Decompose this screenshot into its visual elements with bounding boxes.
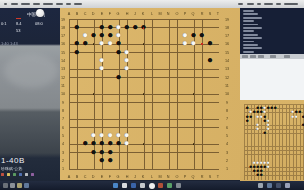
point-O9[interactable] xyxy=(173,98,181,106)
point-L14[interactable] xyxy=(148,56,156,64)
point-N4[interactable] xyxy=(164,140,172,148)
point-M9[interactable] xyxy=(156,98,164,106)
point-B4[interactable] xyxy=(73,140,81,148)
point-O2[interactable] xyxy=(173,156,181,164)
point-G7[interactable] xyxy=(114,115,122,123)
point-M18[interactable] xyxy=(156,23,164,31)
point-A6[interactable] xyxy=(64,123,72,131)
point-K11[interactable] xyxy=(139,81,147,89)
point-A16[interactable] xyxy=(64,40,72,48)
taskbar-icon[interactable] xyxy=(10,183,15,188)
point-J13[interactable] xyxy=(131,65,139,73)
menu-item-smudge[interactable] xyxy=(21,3,30,6)
point-L1[interactable] xyxy=(148,165,156,173)
point-L9[interactable] xyxy=(148,98,156,106)
point-O14[interactable] xyxy=(173,56,181,64)
menu-item-smudge[interactable] xyxy=(33,3,40,6)
board-grid[interactable]: ●●●●●●●●●●●●●●●●●●●●●●●●●●●●●●●●●●●●●●●●… xyxy=(64,15,222,173)
point-J12[interactable] xyxy=(131,73,139,81)
point-P7[interactable] xyxy=(181,115,189,123)
point-T5[interactable] xyxy=(214,131,222,139)
point-J9[interactable] xyxy=(131,98,139,106)
point-S7[interactable] xyxy=(206,115,214,123)
point-C1[interactable] xyxy=(81,165,89,173)
point-S2[interactable] xyxy=(206,156,214,164)
point-J11[interactable] xyxy=(131,81,139,89)
point-Q7[interactable] xyxy=(189,115,197,123)
taskbar-icon[interactable] xyxy=(167,183,172,188)
point-P10[interactable] xyxy=(181,90,189,98)
point-L19[interactable] xyxy=(148,15,156,23)
status-icon-smudge[interactable] xyxy=(276,3,281,6)
point-H12[interactable] xyxy=(123,73,131,81)
point-C10[interactable] xyxy=(81,90,89,98)
point-R19[interactable] xyxy=(198,15,206,23)
point-B9[interactable] xyxy=(73,98,81,106)
point-O18[interactable] xyxy=(173,23,181,31)
point-N3[interactable] xyxy=(164,148,172,156)
point-M6[interactable] xyxy=(156,123,164,131)
point-G1[interactable] xyxy=(114,165,122,173)
point-A18[interactable] xyxy=(64,23,72,31)
point-Q14[interactable] xyxy=(189,56,197,64)
point-L12[interactable] xyxy=(148,73,156,81)
point-B6[interactable] xyxy=(73,123,81,131)
point-Q10[interactable] xyxy=(189,90,197,98)
point-K17[interactable] xyxy=(139,31,147,39)
point-R1[interactable] xyxy=(198,165,206,173)
point-D9[interactable] xyxy=(89,98,97,106)
point-L18[interactable] xyxy=(148,23,156,31)
taskbar-icon[interactable] xyxy=(149,183,155,189)
point-H10[interactable] xyxy=(123,90,131,98)
point-O15[interactable] xyxy=(173,48,181,56)
taskbar-icon[interactable] xyxy=(24,183,29,188)
status-icon-smudge[interactable] xyxy=(247,3,254,6)
point-K8[interactable] xyxy=(139,106,147,114)
point-H2[interactable] xyxy=(123,156,131,164)
point-O5[interactable] xyxy=(173,131,181,139)
point-D15[interactable] xyxy=(89,48,97,56)
point-J16[interactable] xyxy=(131,40,139,48)
point-K15[interactable] xyxy=(139,48,147,56)
taskbar-icon[interactable] xyxy=(113,183,118,188)
point-S4[interactable] xyxy=(206,140,214,148)
point-P12[interactable] xyxy=(181,73,189,81)
taskbar-icon[interactable] xyxy=(122,183,127,188)
point-G15[interactable]: ● xyxy=(114,48,122,56)
point-T13[interactable] xyxy=(214,65,222,73)
menu-item-smudge[interactable] xyxy=(74,3,82,6)
point-N18[interactable] xyxy=(164,23,172,31)
taskbar-icon[interactable] xyxy=(3,183,8,188)
move-list-row[interactable] xyxy=(243,27,262,29)
point-N12[interactable] xyxy=(164,73,172,81)
point-N17[interactable] xyxy=(164,31,172,39)
point-L7[interactable] xyxy=(148,115,156,123)
point-C4[interactable]: ● xyxy=(81,140,89,148)
point-Q4[interactable] xyxy=(189,140,197,148)
point-R13[interactable] xyxy=(198,65,206,73)
point-L17[interactable] xyxy=(148,31,156,39)
point-H7[interactable] xyxy=(123,115,131,123)
point-K12[interactable] xyxy=(139,73,147,81)
point-A7[interactable] xyxy=(64,115,72,123)
point-K5[interactable] xyxy=(139,131,147,139)
point-F15[interactable] xyxy=(106,48,114,56)
taskbar-icon[interactable] xyxy=(140,183,145,188)
point-R9[interactable] xyxy=(198,98,206,106)
point-C15[interactable] xyxy=(81,48,89,56)
point-T15[interactable] xyxy=(214,48,222,56)
point-R14[interactable] xyxy=(198,56,206,64)
point-J3[interactable] xyxy=(131,148,139,156)
point-H3[interactable] xyxy=(123,148,131,156)
point-H13[interactable]: ● xyxy=(123,65,131,73)
point-S12[interactable] xyxy=(206,73,214,81)
point-K16[interactable] xyxy=(139,40,147,48)
taskbar-icon[interactable] xyxy=(267,183,272,188)
point-O10[interactable] xyxy=(173,90,181,98)
toolbar-button[interactable] xyxy=(270,55,276,58)
point-A13[interactable] xyxy=(64,65,72,73)
point-D11[interactable] xyxy=(89,81,97,89)
point-O13[interactable] xyxy=(173,65,181,73)
point-A12[interactable] xyxy=(64,73,72,81)
point-K10[interactable] xyxy=(139,90,147,98)
point-O12[interactable] xyxy=(173,73,181,81)
menu-item-smudge[interactable] xyxy=(11,3,18,6)
point-E2[interactable]: ● xyxy=(98,156,106,164)
point-P11[interactable] xyxy=(181,81,189,89)
point-C11[interactable] xyxy=(81,81,89,89)
toolbar-button[interactable] xyxy=(242,55,248,58)
point-K14[interactable] xyxy=(139,56,147,64)
point-M12[interactable] xyxy=(156,73,164,81)
point-Q8[interactable] xyxy=(189,106,197,114)
point-H8[interactable] xyxy=(123,106,131,114)
point-M11[interactable] xyxy=(156,81,164,89)
point-Q3[interactable] xyxy=(189,148,197,156)
point-P5[interactable] xyxy=(181,131,189,139)
point-N19[interactable] xyxy=(164,15,172,23)
point-H1[interactable] xyxy=(123,165,131,173)
point-P8[interactable] xyxy=(181,106,189,114)
point-H9[interactable] xyxy=(123,98,131,106)
point-Q13[interactable] xyxy=(189,65,197,73)
point-L2[interactable] xyxy=(148,156,156,164)
point-Q15[interactable] xyxy=(189,48,197,56)
taskbar-icon[interactable] xyxy=(258,183,263,188)
point-D17[interactable]: ● xyxy=(89,31,97,39)
point-B1[interactable] xyxy=(73,165,81,173)
point-M13[interactable] xyxy=(156,65,164,73)
point-R3[interactable] xyxy=(198,148,206,156)
toolbar-button[interactable] xyxy=(250,55,256,58)
point-L11[interactable] xyxy=(148,81,156,89)
minimap-go-board[interactable]: ●●●●●●●●●●●●●●●●●●●●●●●●●●●●●●●●●●●●●●●●… xyxy=(240,100,304,181)
point-R4[interactable] xyxy=(198,140,206,148)
point-N13[interactable] xyxy=(164,65,172,73)
point-T4[interactable] xyxy=(214,140,222,148)
point-P15[interactable] xyxy=(181,48,189,56)
move-list-row[interactable] xyxy=(243,17,262,19)
point-M14[interactable] xyxy=(156,56,164,64)
point-S13[interactable] xyxy=(206,65,214,73)
toolbar-button[interactable] xyxy=(258,55,264,58)
point-K9[interactable] xyxy=(139,98,147,106)
point-K7[interactable] xyxy=(139,115,147,123)
point-C19[interactable] xyxy=(81,15,89,23)
point-M5[interactable] xyxy=(156,131,164,139)
point-P14[interactable] xyxy=(181,56,189,64)
point-P13[interactable] xyxy=(181,65,189,73)
point-R10[interactable] xyxy=(198,90,206,98)
point-M3[interactable] xyxy=(156,148,164,156)
point-M15[interactable] xyxy=(156,48,164,56)
point-B10[interactable] xyxy=(73,90,81,98)
point-D8[interactable] xyxy=(89,106,97,114)
point-G14[interactable] xyxy=(114,56,122,64)
status-icon-smudge[interactable] xyxy=(238,3,243,6)
point-N6[interactable] xyxy=(164,123,172,131)
point-D19[interactable] xyxy=(89,15,97,23)
move-list-row[interactable] xyxy=(243,24,258,26)
point-R2[interactable] xyxy=(198,156,206,164)
point-C8[interactable] xyxy=(81,106,89,114)
point-C2[interactable] xyxy=(81,156,89,164)
point-N1[interactable] xyxy=(164,165,172,173)
point-D3[interactable]: ● xyxy=(89,148,97,156)
move-list-row[interactable] xyxy=(243,51,254,53)
point-K1[interactable] xyxy=(139,165,147,173)
point-D12[interactable] xyxy=(89,73,97,81)
move-list-row[interactable] xyxy=(243,30,254,32)
point-S18[interactable] xyxy=(206,23,214,31)
move-list-row[interactable] xyxy=(243,44,258,46)
point-N9[interactable] xyxy=(164,98,172,106)
point-Q16[interactable]: ● xyxy=(189,40,197,48)
point-N10[interactable] xyxy=(164,90,172,98)
point-M8[interactable] xyxy=(156,106,164,114)
point-R12[interactable] xyxy=(198,73,206,81)
point-N16[interactable] xyxy=(164,40,172,48)
point-J2[interactable] xyxy=(131,156,139,164)
point-E12[interactable] xyxy=(98,73,106,81)
point-B8[interactable] xyxy=(73,106,81,114)
point-N15[interactable] xyxy=(164,48,172,56)
point-L16[interactable] xyxy=(148,40,156,48)
point-P4[interactable] xyxy=(181,140,189,148)
point-J10[interactable] xyxy=(131,90,139,98)
point-L13[interactable] xyxy=(148,65,156,73)
point-B2[interactable] xyxy=(73,156,81,164)
point-O8[interactable] xyxy=(173,106,181,114)
point-S11[interactable] xyxy=(206,81,214,89)
menu-item-smudge[interactable] xyxy=(43,3,53,6)
board-grid[interactable]: ●●●●●●●●●●●●●●●●●●●●●●●●●●●●●●●●●●●●●●●●… xyxy=(242,101,304,181)
point-S1[interactable] xyxy=(206,165,214,173)
point-K4[interactable] xyxy=(139,140,147,148)
point-N7[interactable] xyxy=(164,115,172,123)
point-N2[interactable] xyxy=(164,156,172,164)
point-P1[interactable] xyxy=(181,165,189,173)
point-T16[interactable] xyxy=(214,40,222,48)
point-E10[interactable] xyxy=(98,90,106,98)
point-E7[interactable] xyxy=(98,115,106,123)
point-S19[interactable] xyxy=(206,15,214,23)
point-T7[interactable] xyxy=(214,115,222,123)
point-Q19[interactable] xyxy=(189,15,197,23)
point-G11[interactable] xyxy=(114,81,122,89)
point-R6[interactable] xyxy=(198,123,206,131)
point-G3[interactable] xyxy=(114,148,122,156)
comment-area[interactable] xyxy=(240,59,304,100)
menu-item-smudge[interactable] xyxy=(56,3,63,6)
point-J5[interactable] xyxy=(131,131,139,139)
point-P3[interactable] xyxy=(181,148,189,156)
point-T9[interactable] xyxy=(214,98,222,106)
point-B5[interactable] xyxy=(73,131,81,139)
move-list-row[interactable] xyxy=(243,20,254,22)
point-T14[interactable] xyxy=(214,56,222,64)
point-F1[interactable] xyxy=(106,165,114,173)
point-D10[interactable] xyxy=(89,90,97,98)
point-G4[interactable]: ● xyxy=(114,140,122,148)
point-C7[interactable] xyxy=(81,115,89,123)
point-Q2[interactable] xyxy=(189,156,197,164)
point-D1[interactable] xyxy=(89,165,97,173)
point-A2[interactable] xyxy=(64,156,72,164)
main-go-board[interactable]: ●●●●●●●●●●●●●●●●●●●●●●●●●●●●●●●●●●●●●●●●… xyxy=(60,8,240,180)
point-S5[interactable] xyxy=(206,131,214,139)
point-F14[interactable] xyxy=(106,56,114,64)
point-B7[interactable] xyxy=(73,115,81,123)
move-list-row[interactable] xyxy=(243,10,254,12)
point-C9[interactable] xyxy=(81,98,89,106)
status-icon-smudge[interactable] xyxy=(257,3,261,6)
point-P2[interactable] xyxy=(181,156,189,164)
point-B14[interactable] xyxy=(73,56,81,64)
taskbar-icon[interactable] xyxy=(285,183,290,188)
point-J8[interactable] xyxy=(131,106,139,114)
point-J6[interactable] xyxy=(131,123,139,131)
point-S9[interactable] xyxy=(206,98,214,106)
point-A8[interactable] xyxy=(64,106,72,114)
move-list-row[interactable] xyxy=(243,13,258,15)
point-B3[interactable] xyxy=(73,148,81,156)
point-S10[interactable] xyxy=(206,90,214,98)
point-O7[interactable] xyxy=(173,115,181,123)
point-L10[interactable] xyxy=(148,90,156,98)
point-L6[interactable] xyxy=(148,123,156,131)
point-D7[interactable] xyxy=(89,115,97,123)
point-O3[interactable] xyxy=(173,148,181,156)
point-A3[interactable] xyxy=(64,148,72,156)
point-T17[interactable] xyxy=(214,31,222,39)
point-J7[interactable] xyxy=(131,115,139,123)
point-B15[interactable]: ● xyxy=(73,48,81,56)
point-C6[interactable] xyxy=(81,123,89,131)
point-D14[interactable] xyxy=(89,56,97,64)
point-Q6[interactable] xyxy=(189,123,197,131)
point-L3[interactable] xyxy=(148,148,156,156)
taskbar-icon[interactable] xyxy=(176,183,181,188)
point-F9[interactable] xyxy=(106,98,114,106)
point-E1[interactable] xyxy=(98,165,106,173)
point-R17[interactable]: ● xyxy=(198,31,206,39)
point-A15[interactable] xyxy=(64,48,72,56)
point-T2[interactable] xyxy=(214,156,222,164)
point-H4[interactable]: ● xyxy=(123,140,131,148)
point-P16[interactable]: ● xyxy=(181,40,189,48)
point-D13[interactable] xyxy=(89,65,97,73)
point-Q12[interactable] xyxy=(189,73,197,81)
point-T18[interactable] xyxy=(214,23,222,31)
toolbar-button[interactable] xyxy=(284,55,290,58)
point-C3[interactable] xyxy=(81,148,89,156)
point-H11[interactable] xyxy=(123,81,131,89)
point-J1[interactable] xyxy=(131,165,139,173)
point-T11[interactable] xyxy=(214,81,222,89)
point-T12[interactable] xyxy=(214,73,222,81)
point-J18[interactable]: ● xyxy=(131,23,139,31)
point-M19[interactable] xyxy=(156,15,164,23)
point-M1[interactable] xyxy=(156,165,164,173)
point-A10[interactable] xyxy=(64,90,72,98)
point-N5[interactable] xyxy=(164,131,172,139)
menu-item-smudge[interactable] xyxy=(66,3,71,6)
point-T19[interactable] xyxy=(214,15,222,23)
taskbar-icon[interactable] xyxy=(17,183,22,188)
point-T8[interactable] xyxy=(214,106,222,114)
point-F16[interactable]: ● xyxy=(106,40,114,48)
point-R8[interactable] xyxy=(198,106,206,114)
point-G8[interactable] xyxy=(114,106,122,114)
point-M4[interactable] xyxy=(156,140,164,148)
point-O16[interactable] xyxy=(173,40,181,48)
point-G2[interactable] xyxy=(114,156,122,164)
point-M7[interactable] xyxy=(156,115,164,123)
point-G9[interactable] xyxy=(114,98,122,106)
point-E13[interactable]: ● xyxy=(98,65,106,73)
point-R5[interactable] xyxy=(198,131,206,139)
point-T1[interactable] xyxy=(214,165,222,173)
point-R15[interactable] xyxy=(198,48,206,56)
point-A9[interactable] xyxy=(64,98,72,106)
point-F2[interactable]: ● xyxy=(106,156,114,164)
point-A1[interactable] xyxy=(64,165,72,173)
point-E11[interactable] xyxy=(98,81,106,89)
point-O19[interactable] xyxy=(173,15,181,23)
point-Q1[interactable] xyxy=(189,165,197,173)
point-L8[interactable] xyxy=(148,106,156,114)
point-A11[interactable] xyxy=(64,81,72,89)
point-K2[interactable] xyxy=(139,156,147,164)
point-A4[interactable] xyxy=(64,140,72,148)
point-T3[interactable] xyxy=(214,148,222,156)
point-C13[interactable] xyxy=(81,65,89,73)
point-B13[interactable] xyxy=(73,65,81,73)
point-D2[interactable] xyxy=(89,156,97,164)
point-C14[interactable] xyxy=(81,56,89,64)
point-S16[interactable]: ● xyxy=(206,40,214,48)
point-L5[interactable] xyxy=(148,131,156,139)
move-list-row[interactable] xyxy=(243,37,262,39)
point-D16[interactable] xyxy=(89,40,97,48)
point-A14[interactable] xyxy=(64,56,72,64)
point-F7[interactable] xyxy=(106,115,114,123)
